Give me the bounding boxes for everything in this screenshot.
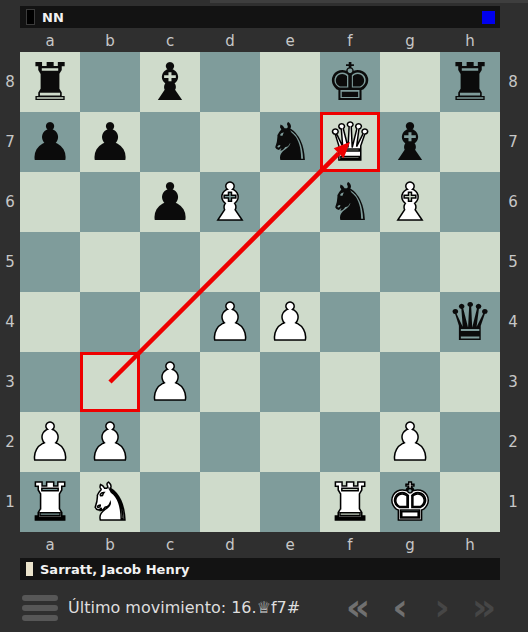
square-f1: ♜ <box>320 472 380 532</box>
coord-label-a: a <box>20 30 80 52</box>
coord-label-4: 4 <box>500 292 526 352</box>
square-f8: ♚ <box>320 52 380 112</box>
square-b3 <box>80 352 140 412</box>
piece-white-pawn: ♟ <box>260 292 320 352</box>
square-a2: ♟ <box>20 412 80 472</box>
player-name-black: NN <box>42 10 64 25</box>
coord-label-1: 1 <box>500 472 526 532</box>
square-c8: ♝ <box>140 52 200 112</box>
coord-label-2: 2 <box>0 412 20 472</box>
square-c4 <box>140 292 200 352</box>
square-a4 <box>20 292 80 352</box>
status-bar: Último movimiento: 16.♕f7# «‹›» <box>0 582 528 632</box>
square-d1 <box>200 472 260 532</box>
coord-label-5: 5 <box>0 232 20 292</box>
square-e5 <box>260 232 320 292</box>
piece-black-rook: ♜ <box>20 52 80 112</box>
nav-last-button[interactable]: » <box>468 582 500 632</box>
square-d4: ♟ <box>200 292 260 352</box>
square-h4: ♛ <box>440 292 500 352</box>
coord-label-2: 2 <box>500 412 526 472</box>
menu-bar <box>22 615 58 621</box>
square-c5 <box>140 232 200 292</box>
square-h3 <box>440 352 500 412</box>
coord-label-h: h <box>440 30 500 52</box>
piece-black-bishop: ♝ <box>140 52 200 112</box>
square-h1 <box>440 472 500 532</box>
square-g7: ♝ <box>380 112 440 172</box>
square-e6 <box>260 172 320 232</box>
menu-bar <box>22 605 58 611</box>
piece-black-rook: ♜ <box>440 52 500 112</box>
square-a6 <box>20 172 80 232</box>
player-name-white: Sarratt, Jacob Henry <box>40 562 190 577</box>
black-side-indicator <box>26 9 35 25</box>
square-f5 <box>320 232 380 292</box>
square-f7: ♛ <box>320 112 380 172</box>
player-bar-white: Sarratt, Jacob Henry <box>20 558 500 580</box>
square-b7: ♟ <box>80 112 140 172</box>
coord-label-b: b <box>80 30 140 52</box>
coord-label-8: 8 <box>0 52 20 112</box>
coord-label-5: 5 <box>500 232 526 292</box>
square-b8 <box>80 52 140 112</box>
square-h7 <box>440 112 500 172</box>
square-e8 <box>260 52 320 112</box>
square-f4 <box>320 292 380 352</box>
piece-white-bishop: ♝ <box>380 172 440 232</box>
coord-label-h: h <box>440 532 500 558</box>
square-h8: ♜ <box>440 52 500 112</box>
coord-label-1: 1 <box>0 472 20 532</box>
coord-label-a: a <box>20 532 80 558</box>
square-f6: ♞ <box>320 172 380 232</box>
piece-white-pawn: ♟ <box>80 412 140 472</box>
piece-black-bishop: ♝ <box>380 112 440 172</box>
piece-black-knight: ♞ <box>260 112 320 172</box>
coord-label-7: 7 <box>0 112 20 172</box>
square-g3 <box>380 352 440 412</box>
square-e1 <box>260 472 320 532</box>
square-a8: ♜ <box>20 52 80 112</box>
coord-label-e: e <box>260 532 320 558</box>
square-f2 <box>320 412 380 472</box>
square-b5 <box>80 232 140 292</box>
square-g6: ♝ <box>380 172 440 232</box>
square-a7: ♟ <box>20 112 80 172</box>
player-bar-black: NN <box>20 6 500 28</box>
square-e4: ♟ <box>260 292 320 352</box>
square-f3 <box>320 352 380 412</box>
piece-black-knight: ♞ <box>320 172 380 232</box>
square-b4 <box>80 292 140 352</box>
last-move-text: Último movimiento: 16.♕f7# <box>68 582 300 632</box>
coord-label-g: g <box>380 30 440 52</box>
coord-label-f: f <box>320 30 380 52</box>
square-a3 <box>20 352 80 412</box>
square-c1 <box>140 472 200 532</box>
coord-label-7: 7 <box>500 112 526 172</box>
square-c2 <box>140 412 200 472</box>
square-e2 <box>260 412 320 472</box>
square-c3: ♟ <box>140 352 200 412</box>
coord-label-b: b <box>80 532 140 558</box>
rank-labels-left: 87654321 <box>0 52 20 532</box>
square-b2: ♟ <box>80 412 140 472</box>
file-labels-bottom: abcdefgh <box>20 532 500 558</box>
coord-label-6: 6 <box>0 172 20 232</box>
coord-label-d: d <box>200 30 260 52</box>
piece-white-pawn: ♟ <box>200 292 260 352</box>
move-navigation: «‹›» <box>342 582 500 632</box>
coord-label-c: c <box>140 532 200 558</box>
piece-black-pawn: ♟ <box>20 112 80 172</box>
piece-white-bishop: ♝ <box>200 172 260 232</box>
square-b6 <box>80 172 140 232</box>
piece-black-pawn: ♟ <box>140 172 200 232</box>
square-h6 <box>440 172 500 232</box>
square-a5 <box>20 232 80 292</box>
rank-labels-right: 87654321 <box>500 52 526 532</box>
coord-label-4: 4 <box>0 292 20 352</box>
piece-white-rook: ♜ <box>320 472 380 532</box>
coord-label-3: 3 <box>500 352 526 412</box>
file-labels-top: abcdefgh <box>20 30 500 52</box>
coord-label-f: f <box>320 532 380 558</box>
nav-first-button[interactable]: « <box>342 582 374 632</box>
square-g1: ♚ <box>380 472 440 532</box>
square-d5 <box>200 232 260 292</box>
square-g2: ♟ <box>380 412 440 472</box>
coord-label-6: 6 <box>500 172 526 232</box>
coord-label-e: e <box>260 30 320 52</box>
chess-board: ♜♝♚♜♟♟♞♛♝♟♝♞♝♟♟♛♟♟♟♟♜♞♜♚ <box>20 52 500 532</box>
white-side-indicator <box>26 562 33 576</box>
square-d7 <box>200 112 260 172</box>
square-g5 <box>380 232 440 292</box>
nav-next-button[interactable]: › <box>426 582 458 632</box>
piece-white-queen: ♛ <box>320 112 380 172</box>
coord-label-8: 8 <box>500 52 526 112</box>
square-c7 <box>140 112 200 172</box>
square-e7: ♞ <box>260 112 320 172</box>
piece-black-king: ♚ <box>320 52 380 112</box>
blue-status-square <box>482 11 495 24</box>
square-e3 <box>260 352 320 412</box>
square-d6: ♝ <box>200 172 260 232</box>
piece-white-pawn: ♟ <box>380 412 440 472</box>
piece-white-knight: ♞ <box>80 472 140 532</box>
square-h2 <box>440 412 500 472</box>
menu-icon[interactable] <box>22 595 58 621</box>
square-h5 <box>440 232 500 292</box>
square-c6: ♟ <box>140 172 200 232</box>
square-d3 <box>200 352 260 412</box>
piece-white-king: ♚ <box>380 472 440 532</box>
menu-bar <box>22 595 58 601</box>
nav-prev-button[interactable]: ‹ <box>384 582 416 632</box>
square-d8 <box>200 52 260 112</box>
square-g8 <box>380 52 440 112</box>
coord-label-g: g <box>380 532 440 558</box>
piece-white-rook: ♜ <box>20 472 80 532</box>
window-edge-line <box>210 0 528 3</box>
coord-label-c: c <box>140 30 200 52</box>
square-d2 <box>200 412 260 472</box>
piece-white-pawn: ♟ <box>20 412 80 472</box>
piece-white-pawn: ♟ <box>140 352 200 412</box>
square-b1: ♞ <box>80 472 140 532</box>
piece-black-queen: ♛ <box>440 292 500 352</box>
coord-label-d: d <box>200 532 260 558</box>
square-a1: ♜ <box>20 472 80 532</box>
coord-label-3: 3 <box>0 352 20 412</box>
piece-black-pawn: ♟ <box>80 112 140 172</box>
square-g4 <box>380 292 440 352</box>
